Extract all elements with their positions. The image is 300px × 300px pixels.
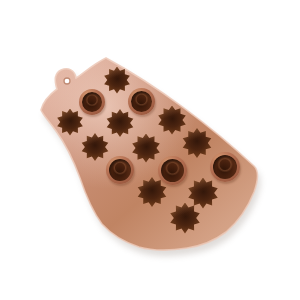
cavity-round-r5c3 <box>210 152 240 182</box>
cavity-round-r4c2 <box>158 156 187 185</box>
cavity-flower-r3c2 <box>132 134 161 163</box>
cavity-round-r2c3 <box>128 88 155 115</box>
cavity-flower-r2c1 <box>81 133 109 161</box>
cavity-flower-r3c3 <box>158 106 187 135</box>
cavity-flower-r1c1 <box>57 109 84 136</box>
product-photo <box>0 0 300 300</box>
cavity-round-r1c2 <box>79 89 105 115</box>
cavity-layer <box>0 0 300 300</box>
cavity-flower-r5c2 <box>188 178 219 209</box>
cavity-flower-r1c3 <box>104 67 131 94</box>
cavity-flower-r2c2 <box>106 109 134 137</box>
cavity-flower-r5c1 <box>170 203 201 234</box>
cavity-flower-r4c3 <box>182 128 212 158</box>
cavity-round-r3c1 <box>106 156 134 184</box>
